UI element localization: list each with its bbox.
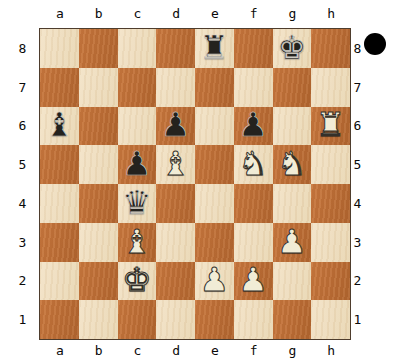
square-c8[interactable] — [118, 29, 157, 68]
square-b6[interactable] — [79, 107, 118, 146]
white-king[interactable]: ♚ — [122, 263, 152, 296]
square-c5[interactable]: ♟ — [118, 145, 157, 184]
square-f1[interactable] — [234, 300, 273, 339]
square-e6[interactable] — [195, 107, 234, 146]
file-label-bottom-d: d — [167, 343, 185, 359]
rank-label-right-7: 7 — [349, 80, 367, 96]
square-f2[interactable]: ♟ — [234, 262, 273, 301]
rank-label-left-5: 5 — [14, 157, 32, 173]
square-h6[interactable]: ♜ — [311, 107, 350, 146]
rank-label-left-1: 1 — [14, 312, 32, 328]
square-f4[interactable] — [234, 184, 273, 223]
square-f6[interactable]: ♟ — [234, 107, 273, 146]
square-a6[interactable]: ♝ — [40, 107, 79, 146]
black-bishop[interactable]: ♝ — [45, 108, 75, 141]
square-d7[interactable] — [156, 68, 195, 107]
square-b1[interactable] — [79, 300, 118, 339]
square-c6[interactable] — [118, 107, 157, 146]
square-a8[interactable] — [40, 29, 79, 68]
square-b7[interactable] — [79, 68, 118, 107]
square-h7[interactable] — [311, 68, 350, 107]
square-f7[interactable] — [234, 68, 273, 107]
square-f5[interactable]: ♞ — [234, 145, 273, 184]
white-knight[interactable]: ♞ — [238, 147, 268, 180]
square-a4[interactable] — [40, 184, 79, 223]
black-pawn[interactable]: ♟ — [238, 108, 268, 141]
file-label-bottom-h: h — [322, 343, 340, 359]
square-g8[interactable]: ♚ — [273, 29, 312, 68]
square-e8[interactable]: ♜ — [195, 29, 234, 68]
square-d8[interactable] — [156, 29, 195, 68]
square-a1[interactable] — [40, 300, 79, 339]
square-h1[interactable] — [311, 300, 350, 339]
black-to-move-indicator — [364, 33, 386, 55]
chess-diagram: ♜♚♝♟♟♜♟♝♞♞♛♝♟♚♟♟ aabbccddeeffgghh8877665… — [0, 0, 409, 361]
square-h8[interactable] — [311, 29, 350, 68]
square-b3[interactable] — [79, 223, 118, 262]
square-d3[interactable] — [156, 223, 195, 262]
black-pawn[interactable]: ♟ — [122, 147, 152, 180]
square-g5[interactable]: ♞ — [273, 145, 312, 184]
square-c3[interactable]: ♝ — [118, 223, 157, 262]
file-label-bottom-g: g — [283, 343, 301, 359]
square-d4[interactable] — [156, 184, 195, 223]
square-h3[interactable] — [311, 223, 350, 262]
file-label-top-c: c — [128, 6, 146, 22]
file-label-top-g: g — [283, 6, 301, 22]
square-e1[interactable] — [195, 300, 234, 339]
square-c7[interactable] — [118, 68, 157, 107]
white-pawn[interactable]: ♟ — [277, 225, 307, 258]
square-g1[interactable] — [273, 300, 312, 339]
file-label-top-d: d — [167, 6, 185, 22]
rank-label-right-3: 3 — [349, 235, 367, 251]
file-label-bottom-c: c — [128, 343, 146, 359]
square-g7[interactable] — [273, 68, 312, 107]
square-b5[interactable] — [79, 145, 118, 184]
rank-label-left-8: 8 — [14, 41, 32, 57]
rank-label-right-2: 2 — [349, 273, 367, 289]
file-label-bottom-e: e — [206, 343, 224, 359]
square-e4[interactable] — [195, 184, 234, 223]
file-label-bottom-b: b — [90, 343, 108, 359]
square-d2[interactable] — [156, 262, 195, 301]
square-g6[interactable] — [273, 107, 312, 146]
file-label-bottom-f: f — [245, 343, 263, 359]
square-b8[interactable] — [79, 29, 118, 68]
square-e3[interactable] — [195, 223, 234, 262]
square-e5[interactable] — [195, 145, 234, 184]
rank-label-left-3: 3 — [14, 235, 32, 251]
rank-label-right-8: 8 — [349, 41, 367, 57]
square-b4[interactable] — [79, 184, 118, 223]
white-bishop[interactable]: ♝ — [161, 147, 191, 180]
rank-label-left-4: 4 — [14, 196, 32, 212]
square-a2[interactable] — [40, 262, 79, 301]
rank-label-right-4: 4 — [349, 196, 367, 212]
file-label-top-f: f — [245, 6, 263, 22]
square-f8[interactable] — [234, 29, 273, 68]
white-bishop[interactable]: ♝ — [122, 225, 152, 258]
white-knight[interactable]: ♞ — [277, 147, 307, 180]
rank-label-left-7: 7 — [14, 80, 32, 96]
file-label-top-b: b — [90, 6, 108, 22]
chess-board[interactable]: ♜♚♝♟♟♜♟♝♞♞♛♝♟♚♟♟ — [39, 28, 351, 340]
square-d1[interactable] — [156, 300, 195, 339]
black-rook[interactable]: ♜ — [200, 31, 230, 64]
file-label-top-a: a — [51, 6, 69, 22]
square-c2[interactable]: ♚ — [118, 262, 157, 301]
rank-label-left-6: 6 — [14, 118, 32, 134]
white-rook[interactable]: ♜ — [316, 108, 346, 141]
square-a3[interactable] — [40, 223, 79, 262]
square-a5[interactable] — [40, 145, 79, 184]
square-b2[interactable] — [79, 262, 118, 301]
square-c4[interactable]: ♛ — [118, 184, 157, 223]
square-h5[interactable] — [311, 145, 350, 184]
square-g2[interactable] — [273, 262, 312, 301]
black-queen[interactable]: ♛ — [122, 186, 152, 219]
square-d5[interactable]: ♝ — [156, 145, 195, 184]
white-pawn[interactable]: ♟ — [238, 263, 268, 296]
square-g4[interactable] — [273, 184, 312, 223]
square-f3[interactable] — [234, 223, 273, 262]
rank-label-right-6: 6 — [349, 118, 367, 134]
rank-label-left-2: 2 — [14, 273, 32, 289]
white-pawn[interactable]: ♟ — [200, 263, 230, 296]
black-pawn[interactable]: ♟ — [161, 108, 191, 141]
square-e2[interactable]: ♟ — [195, 262, 234, 301]
rank-label-right-1: 1 — [349, 312, 367, 328]
square-a7[interactable] — [40, 68, 79, 107]
black-king[interactable]: ♚ — [277, 31, 307, 64]
file-label-bottom-a: a — [51, 343, 69, 359]
file-label-top-e: e — [206, 6, 224, 22]
rank-label-right-5: 5 — [349, 157, 367, 173]
square-e7[interactable] — [195, 68, 234, 107]
square-c1[interactable] — [118, 300, 157, 339]
square-g3[interactable]: ♟ — [273, 223, 312, 262]
square-h2[interactable] — [311, 262, 350, 301]
file-label-top-h: h — [322, 6, 340, 22]
square-h4[interactable] — [311, 184, 350, 223]
square-d6[interactable]: ♟ — [156, 107, 195, 146]
